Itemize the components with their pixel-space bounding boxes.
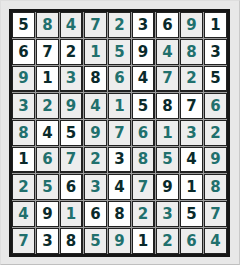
sudoku-cell-r9c4[interactable]: 5: [84, 228, 107, 254]
sudoku-cell-r4c3[interactable]: 9: [60, 93, 83, 119]
sudoku-cell-r6c4[interactable]: 2: [84, 147, 107, 173]
sudoku-cell-r9c2[interactable]: 3: [36, 228, 59, 254]
sudoku-cell-r8c6[interactable]: 2: [132, 201, 155, 227]
sudoku-cell-r6c2[interactable]: 6: [36, 147, 59, 173]
sudoku-cell-r5c7[interactable]: 1: [156, 120, 179, 146]
sudoku-cell-r8c3[interactable]: 1: [60, 201, 83, 227]
sudoku-cell-r4c1[interactable]: 3: [12, 93, 35, 119]
sudoku-cell-r2c3[interactable]: 2: [60, 39, 83, 65]
sudoku-cell-r9c3[interactable]: 8: [60, 228, 83, 254]
sudoku-cell-r3c9[interactable]: 5: [204, 66, 227, 92]
sudoku-cell-r7c5[interactable]: 4: [108, 174, 131, 200]
sudoku-cell-r4c6[interactable]: 5: [132, 93, 155, 119]
sudoku-cell-r8c8[interactable]: 5: [180, 201, 203, 227]
sudoku-cell-r3c5[interactable]: 6: [108, 66, 131, 92]
sudoku-cell-r5c5[interactable]: 7: [108, 120, 131, 146]
sudoku-cell-r6c6[interactable]: 8: [132, 147, 155, 173]
sudoku-cell-r1c5[interactable]: 2: [108, 12, 131, 38]
sudoku-cell-r1c2[interactable]: 8: [36, 12, 59, 38]
sudoku-cell-r4c4[interactable]: 4: [84, 93, 107, 119]
sudoku-cell-r2c8[interactable]: 8: [180, 39, 203, 65]
sudoku-board: 5847236916721594839138647253294158768459…: [9, 9, 230, 257]
sudoku-cell-r8c5[interactable]: 8: [108, 201, 131, 227]
sudoku-cell-r5c6[interactable]: 6: [132, 120, 155, 146]
sudoku-cell-r9c1[interactable]: 7: [12, 228, 35, 254]
sudoku-cell-r1c3[interactable]: 4: [60, 12, 83, 38]
sudoku-cell-r7c7[interactable]: 9: [156, 174, 179, 200]
sudoku-cell-r7c4[interactable]: 3: [84, 174, 107, 200]
sudoku-cell-r2c2[interactable]: 7: [36, 39, 59, 65]
sudoku-cell-r7c8[interactable]: 1: [180, 174, 203, 200]
sudoku-cell-r6c8[interactable]: 4: [180, 147, 203, 173]
sudoku-cell-r1c1[interactable]: 5: [12, 12, 35, 38]
sudoku-cell-r8c2[interactable]: 9: [36, 201, 59, 227]
sudoku-cell-r1c8[interactable]: 9: [180, 12, 203, 38]
sudoku-cell-r5c2[interactable]: 4: [36, 120, 59, 146]
sudoku-cell-r8c1[interactable]: 4: [12, 201, 35, 227]
sudoku-cell-r3c6[interactable]: 4: [132, 66, 155, 92]
sudoku-cell-r3c1[interactable]: 9: [12, 66, 35, 92]
sudoku-cell-r2c1[interactable]: 6: [12, 39, 35, 65]
sudoku-cell-r2c5[interactable]: 5: [108, 39, 131, 65]
sudoku-cell-r3c8[interactable]: 2: [180, 66, 203, 92]
sudoku-cell-r4c9[interactable]: 6: [204, 93, 227, 119]
sudoku-cell-r5c3[interactable]: 5: [60, 120, 83, 146]
sudoku-cell-r7c2[interactable]: 5: [36, 174, 59, 200]
sudoku-cell-r5c1[interactable]: 8: [12, 120, 35, 146]
window-frame: 5847236916721594839138647253294158768459…: [0, 0, 240, 265]
sudoku-cell-r9c8[interactable]: 6: [180, 228, 203, 254]
sudoku-cell-r9c7[interactable]: 2: [156, 228, 179, 254]
sudoku-cell-r1c7[interactable]: 6: [156, 12, 179, 38]
sudoku-cell-r1c9[interactable]: 1: [204, 12, 227, 38]
sudoku-cell-r2c6[interactable]: 9: [132, 39, 155, 65]
sudoku-cell-r3c7[interactable]: 7: [156, 66, 179, 92]
sudoku-cell-r7c1[interactable]: 2: [12, 174, 35, 200]
sudoku-cell-r8c7[interactable]: 3: [156, 201, 179, 227]
sudoku-cell-r8c4[interactable]: 6: [84, 201, 107, 227]
sudoku-cell-r5c4[interactable]: 9: [84, 120, 107, 146]
sudoku-cell-r4c5[interactable]: 1: [108, 93, 131, 119]
sudoku-cell-r6c7[interactable]: 5: [156, 147, 179, 173]
sudoku-cell-r2c9[interactable]: 3: [204, 39, 227, 65]
sudoku-cell-r7c9[interactable]: 8: [204, 174, 227, 200]
sudoku-cell-r8c9[interactable]: 7: [204, 201, 227, 227]
sudoku-cell-r6c3[interactable]: 7: [60, 147, 83, 173]
sudoku-cell-r9c9[interactable]: 4: [204, 228, 227, 254]
sudoku-cell-r2c7[interactable]: 4: [156, 39, 179, 65]
sudoku-cell-r3c2[interactable]: 1: [36, 66, 59, 92]
sudoku-cell-r6c9[interactable]: 9: [204, 147, 227, 173]
sudoku-cell-r4c8[interactable]: 7: [180, 93, 203, 119]
sudoku-cell-r1c4[interactable]: 7: [84, 12, 107, 38]
sudoku-cell-r7c3[interactable]: 6: [60, 174, 83, 200]
sudoku-cell-r3c3[interactable]: 3: [60, 66, 83, 92]
sudoku-cell-r9c5[interactable]: 9: [108, 228, 131, 254]
sudoku-cell-r2c4[interactable]: 1: [84, 39, 107, 65]
sudoku-cell-r6c5[interactable]: 3: [108, 147, 131, 173]
sudoku-cell-r7c6[interactable]: 7: [132, 174, 155, 200]
sudoku-cell-r5c9[interactable]: 2: [204, 120, 227, 146]
sudoku-cell-r9c6[interactable]: 1: [132, 228, 155, 254]
sudoku-cell-r5c8[interactable]: 3: [180, 120, 203, 146]
sudoku-cell-r4c7[interactable]: 8: [156, 93, 179, 119]
sudoku-cell-r3c4[interactable]: 8: [84, 66, 107, 92]
sudoku-cell-r6c1[interactable]: 1: [12, 147, 35, 173]
sudoku-cell-r4c2[interactable]: 2: [36, 93, 59, 119]
sudoku-cell-r1c6[interactable]: 3: [132, 12, 155, 38]
